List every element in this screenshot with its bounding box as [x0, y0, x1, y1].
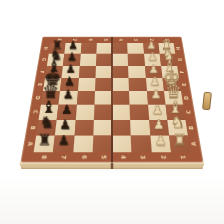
square-a7[interactable]: ♟	[53, 135, 74, 152]
square-b5[interactable]	[93, 120, 112, 136]
file-label-left-g: G	[35, 56, 52, 63]
file-label-right-h: H	[171, 45, 188, 51]
piece-black-pawn-a7[interactable]: ♟	[57, 135, 69, 147]
square-f5[interactable]	[95, 66, 112, 78]
scene: ♜♟♟♜♞♟♟♞♝♟♟♝♚♟♟♚♛♟♟♛♝♟♟♝♞♟♟♞♜♟♟♜ 8765432…	[0, 0, 224, 224]
square-b3[interactable]	[130, 120, 150, 136]
file-label-right-f: F	[174, 68, 192, 75]
square-e6[interactable]	[78, 78, 96, 91]
square-b6[interactable]	[74, 120, 94, 136]
box-front-edge	[19, 162, 204, 169]
square-e4[interactable]	[112, 78, 129, 91]
file-label-left-f: F	[32, 68, 50, 75]
square-a4[interactable]	[112, 135, 132, 152]
square-c5[interactable]	[94, 105, 112, 120]
square-e3[interactable]	[129, 78, 147, 91]
piece-black-pawn-e7[interactable]: ♟	[64, 76, 75, 87]
rank-label-back-1: 1	[160, 35, 170, 46]
square-a1[interactable]: ♜	[169, 135, 191, 152]
rank-label-back-7: 7	[69, 35, 79, 46]
square-g6[interactable]	[79, 54, 96, 66]
piece-black-pawn-d7[interactable]: ♟	[62, 90, 73, 101]
rank-label-back-2: 2	[145, 35, 155, 46]
square-d4[interactable]	[112, 91, 130, 105]
square-b4[interactable]	[112, 120, 131, 136]
square-g3[interactable]	[128, 54, 145, 66]
piece-black-pawn-g7[interactable]: ♟	[67, 52, 77, 62]
piece-black-pawn-f7[interactable]: ♟	[65, 64, 75, 75]
rank-label-back-3: 3	[130, 35, 139, 46]
square-d3[interactable]	[129, 91, 147, 105]
square-c6[interactable]	[75, 105, 94, 120]
piece-white-knight-b1[interactable]: ♞	[170, 116, 185, 131]
fold-seam	[111, 37, 113, 163]
piece-black-pawn-c7[interactable]: ♟	[61, 104, 72, 116]
square-g4[interactable]	[112, 54, 128, 66]
rank-label-back-6: 6	[84, 35, 93, 46]
piece-black-knight-b8[interactable]: ♞	[39, 116, 54, 131]
square-d5[interactable]	[94, 91, 112, 105]
square-a8[interactable]: ♜	[34, 135, 56, 152]
product-photo: ♜♟♟♜♞♟♟♞♝♟♟♝♚♟♟♚♛♟♟♛♝♟♟♝♞♟♟♞♜♟♟♜ 8765432…	[0, 0, 224, 224]
piece-white-pawn-d2[interactable]: ♟	[151, 90, 162, 101]
square-a6[interactable]	[73, 135, 93, 152]
square-e5[interactable]	[95, 78, 112, 91]
square-c3[interactable]	[130, 105, 149, 120]
piece-white-pawn-b2[interactable]: ♟	[153, 119, 165, 131]
piece-black-rook-a8[interactable]: ♜	[37, 133, 51, 148]
rank-label-back-5: 5	[100, 35, 109, 46]
rank-label-back-8: 8	[53, 35, 63, 46]
square-a5[interactable]	[92, 135, 112, 152]
piece-black-pawn-b7[interactable]: ♟	[59, 119, 71, 131]
piece-white-pawn-c2[interactable]: ♟	[152, 104, 163, 116]
file-label-left-h: H	[37, 45, 54, 51]
clasp-latch	[202, 92, 212, 111]
piece-white-pawn-e2[interactable]: ♟	[149, 76, 160, 87]
square-a3[interactable]	[131, 135, 151, 152]
square-d6[interactable]	[76, 91, 94, 105]
piece-white-pawn-g2[interactable]: ♟	[147, 52, 157, 62]
square-c4[interactable]	[112, 105, 130, 120]
square-f4[interactable]	[112, 66, 129, 78]
square-f3[interactable]	[128, 66, 145, 78]
file-label-right-g: G	[172, 56, 189, 63]
piece-white-pawn-f2[interactable]: ♟	[148, 64, 158, 75]
piece-white-rook-a1[interactable]: ♜	[173, 133, 187, 148]
chess-board: ♜♟♟♜♞♟♟♞♝♟♟♝♚♟♟♚♛♟♟♛♝♟♟♝♞♟♟♞♜♟♟♜ 8765432…	[20, 37, 203, 163]
square-f6[interactable]	[79, 66, 96, 78]
square-g5[interactable]	[96, 54, 112, 66]
square-a2[interactable]: ♟	[150, 135, 171, 152]
rank-label-back-4: 4	[115, 35, 124, 46]
piece-white-pawn-a2[interactable]: ♟	[155, 135, 167, 147]
